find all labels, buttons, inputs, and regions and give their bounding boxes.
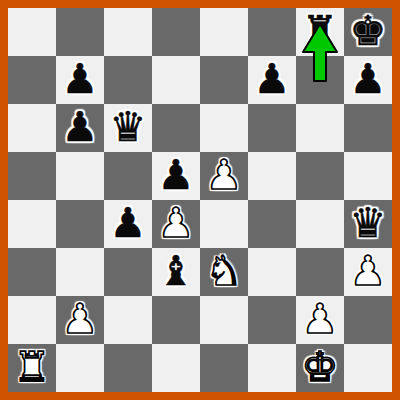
piece-black-king-h8[interactable]: ♚ [344,8,392,56]
square-a7[interactable] [8,56,56,104]
square-d6[interactable] [152,104,200,152]
square-e4[interactable] [200,200,248,248]
piece-white-pawn-e5[interactable]: ♟ [200,152,248,200]
piece-white-rook-a1[interactable]: ♜ [8,344,56,392]
square-h7[interactable]: ♟ [344,56,392,104]
square-e8[interactable] [200,8,248,56]
square-g2[interactable]: ♟ [296,296,344,344]
piece-black-rook-g8[interactable]: ♜ [296,8,344,56]
piece-black-pawn-b6[interactable]: ♟ [56,104,104,152]
square-c1[interactable] [104,344,152,392]
square-c3[interactable] [104,248,152,296]
square-g6[interactable] [296,104,344,152]
piece-black-pawn-f7[interactable]: ♟ [248,56,296,104]
square-b7[interactable]: ♟ [56,56,104,104]
square-a8[interactable] [8,8,56,56]
square-b2[interactable]: ♟ [56,296,104,344]
square-c7[interactable] [104,56,152,104]
square-d8[interactable] [152,8,200,56]
piece-black-queen-c6[interactable]: ♛ [104,104,152,152]
square-e7[interactable] [200,56,248,104]
square-f8[interactable] [248,8,296,56]
square-h2[interactable] [344,296,392,344]
chess-board: ♜♚♟♟♟♟♛♟♟♟♟♛♝♞♟♟♟♜♚ [8,8,392,392]
square-c5[interactable] [104,152,152,200]
square-a4[interactable] [8,200,56,248]
square-d7[interactable] [152,56,200,104]
square-d5[interactable]: ♟ [152,152,200,200]
square-h1[interactable] [344,344,392,392]
square-b8[interactable] [56,8,104,56]
square-b5[interactable] [56,152,104,200]
square-g4[interactable] [296,200,344,248]
square-d4[interactable]: ♟ [152,200,200,248]
piece-black-pawn-h7[interactable]: ♟ [344,56,392,104]
square-d3[interactable]: ♝ [152,248,200,296]
square-h3[interactable]: ♟ [344,248,392,296]
square-g7[interactable] [296,56,344,104]
square-a1[interactable]: ♜ [8,344,56,392]
square-c8[interactable] [104,8,152,56]
square-f2[interactable] [248,296,296,344]
square-f4[interactable] [248,200,296,248]
piece-black-pawn-c4[interactable]: ♟ [104,200,152,248]
square-g8[interactable]: ♜ [296,8,344,56]
piece-black-bishop-d3[interactable]: ♝ [152,248,200,296]
square-b1[interactable] [56,344,104,392]
square-h4[interactable]: ♛ [344,200,392,248]
square-e5[interactable]: ♟ [200,152,248,200]
piece-white-king-g1[interactable]: ♚ [296,344,344,392]
piece-black-queen-h4[interactable]: ♛ [344,200,392,248]
square-a3[interactable] [8,248,56,296]
square-a2[interactable] [8,296,56,344]
square-f7[interactable]: ♟ [248,56,296,104]
square-f3[interactable] [248,248,296,296]
square-e3[interactable]: ♞ [200,248,248,296]
square-a5[interactable] [8,152,56,200]
square-d1[interactable] [152,344,200,392]
square-f5[interactable] [248,152,296,200]
piece-white-pawn-d4[interactable]: ♟ [152,200,200,248]
square-e2[interactable] [200,296,248,344]
square-g3[interactable] [296,248,344,296]
square-b4[interactable] [56,200,104,248]
square-e6[interactable] [200,104,248,152]
square-h8[interactable]: ♚ [344,8,392,56]
square-g1[interactable]: ♚ [296,344,344,392]
piece-white-pawn-b2[interactable]: ♟ [56,296,104,344]
square-g5[interactable] [296,152,344,200]
square-d2[interactable] [152,296,200,344]
piece-white-knight-e3[interactable]: ♞ [200,248,248,296]
square-h5[interactable] [344,152,392,200]
square-b3[interactable] [56,248,104,296]
square-c6[interactable]: ♛ [104,104,152,152]
piece-black-pawn-d5[interactable]: ♟ [152,152,200,200]
square-e1[interactable] [200,344,248,392]
piece-white-pawn-g2[interactable]: ♟ [296,296,344,344]
square-h6[interactable] [344,104,392,152]
square-f1[interactable] [248,344,296,392]
piece-black-pawn-b7[interactable]: ♟ [56,56,104,104]
piece-white-pawn-h3[interactable]: ♟ [344,248,392,296]
square-c4[interactable]: ♟ [104,200,152,248]
square-c2[interactable] [104,296,152,344]
board-frame: ♜♚♟♟♟♟♛♟♟♟♟♛♝♞♟♟♟♜♚ [0,0,400,400]
square-f6[interactable] [248,104,296,152]
square-b6[interactable]: ♟ [56,104,104,152]
square-a6[interactable] [8,104,56,152]
